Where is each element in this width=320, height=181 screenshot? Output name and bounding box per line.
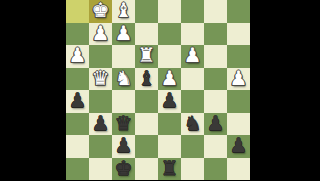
square-b4[interactable] (89, 90, 112, 113)
square-g5[interactable] (204, 68, 227, 91)
square-c8[interactable]: ♝ (112, 0, 135, 23)
white-queen-piece[interactable]: ♛ (92, 68, 110, 88)
black-bishop-piece[interactable]: ♝ (138, 68, 156, 88)
square-h4[interactable] (227, 90, 250, 113)
black-pawn-piece[interactable]: ♟ (92, 113, 110, 133)
square-d7[interactable] (135, 23, 158, 46)
square-f5[interactable] (181, 68, 204, 91)
square-d8[interactable] (135, 0, 158, 23)
square-d1[interactable] (135, 158, 158, 181)
square-g7[interactable] (204, 23, 227, 46)
black-pawn-piece[interactable]: ♟ (230, 135, 248, 155)
square-b6[interactable] (89, 45, 112, 68)
white-pawn-piece[interactable]: ♟ (69, 45, 87, 65)
white-pawn-piece[interactable]: ♟ (184, 45, 202, 65)
square-e8[interactable] (158, 0, 181, 23)
square-b1[interactable] (89, 158, 112, 181)
square-b2[interactable] (89, 135, 112, 158)
square-c4[interactable] (112, 90, 135, 113)
black-rook-piece[interactable]: ♜ (161, 158, 179, 178)
square-b7[interactable]: ♟ (89, 23, 112, 46)
square-h2[interactable]: ♟ (227, 135, 250, 158)
square-d2[interactable] (135, 135, 158, 158)
square-b8[interactable]: ♚ (89, 0, 112, 23)
square-h5[interactable]: ♟ (227, 68, 250, 91)
square-c6[interactable] (112, 45, 135, 68)
square-g4[interactable] (204, 90, 227, 113)
square-g6[interactable] (204, 45, 227, 68)
square-a7[interactable] (66, 23, 89, 46)
square-a5[interactable] (66, 68, 89, 91)
square-a8[interactable] (66, 0, 89, 23)
white-rook-piece[interactable]: ♜ (138, 45, 156, 65)
white-bishop-piece[interactable]: ♝ (115, 0, 133, 20)
square-d5[interactable]: ♝ (135, 68, 158, 91)
square-e4[interactable]: ♟ (158, 90, 181, 113)
square-f3[interactable]: ♞ (181, 113, 204, 136)
white-pawn-piece[interactable]: ♟ (230, 68, 248, 88)
square-h1[interactable] (227, 158, 250, 181)
chess-thumbnail: ♚♝♟♟♟♜♟♛♞♝♟♟♟♟♟♛♞♟♟♟♚♜ (0, 0, 320, 180)
square-h7[interactable] (227, 23, 250, 46)
square-f6[interactable]: ♟ (181, 45, 204, 68)
letterbox-left (0, 0, 66, 180)
black-queen-piece[interactable]: ♛ (115, 113, 133, 133)
square-f4[interactable] (181, 90, 204, 113)
black-knight-piece[interactable]: ♞ (184, 113, 202, 133)
black-pawn-piece[interactable]: ♟ (207, 113, 225, 133)
square-c1[interactable]: ♚ (112, 158, 135, 181)
white-knight-piece[interactable]: ♞ (115, 68, 133, 88)
square-d4[interactable] (135, 90, 158, 113)
chess-board: ♚♝♟♟♟♜♟♛♞♝♟♟♟♟♟♛♞♟♟♟♚♜ (66, 0, 250, 180)
white-pawn-piece[interactable]: ♟ (161, 68, 179, 88)
square-f1[interactable] (181, 158, 204, 181)
letterbox-right (250, 0, 320, 180)
square-c5[interactable]: ♞ (112, 68, 135, 91)
square-e3[interactable] (158, 113, 181, 136)
square-g8[interactable] (204, 0, 227, 23)
black-pawn-piece[interactable]: ♟ (115, 135, 133, 155)
square-e7[interactable] (158, 23, 181, 46)
square-b3[interactable]: ♟ (89, 113, 112, 136)
square-a2[interactable] (66, 135, 89, 158)
white-pawn-piece[interactable]: ♟ (115, 23, 133, 43)
black-pawn-piece[interactable]: ♟ (161, 90, 179, 110)
square-g2[interactable] (204, 135, 227, 158)
square-b5[interactable]: ♛ (89, 68, 112, 91)
square-e5[interactable]: ♟ (158, 68, 181, 91)
square-f2[interactable] (181, 135, 204, 158)
square-g3[interactable]: ♟ (204, 113, 227, 136)
square-e2[interactable] (158, 135, 181, 158)
square-h8[interactable] (227, 0, 250, 23)
white-pawn-piece[interactable]: ♟ (92, 23, 110, 43)
square-e6[interactable] (158, 45, 181, 68)
square-a1[interactable] (66, 158, 89, 181)
white-king-piece[interactable]: ♚ (92, 0, 110, 20)
square-e1[interactable]: ♜ (158, 158, 181, 181)
square-a3[interactable] (66, 113, 89, 136)
square-f8[interactable] (181, 0, 204, 23)
square-d3[interactable] (135, 113, 158, 136)
square-c7[interactable]: ♟ (112, 23, 135, 46)
square-c2[interactable]: ♟ (112, 135, 135, 158)
square-g1[interactable] (204, 158, 227, 181)
square-c3[interactable]: ♛ (112, 113, 135, 136)
square-a6[interactable]: ♟ (66, 45, 89, 68)
square-a4[interactable]: ♟ (66, 90, 89, 113)
black-king-piece[interactable]: ♚ (115, 158, 133, 178)
square-h3[interactable] (227, 113, 250, 136)
black-pawn-piece[interactable]: ♟ (69, 90, 87, 110)
square-f7[interactable] (181, 23, 204, 46)
square-d6[interactable]: ♜ (135, 45, 158, 68)
square-h6[interactable] (227, 45, 250, 68)
